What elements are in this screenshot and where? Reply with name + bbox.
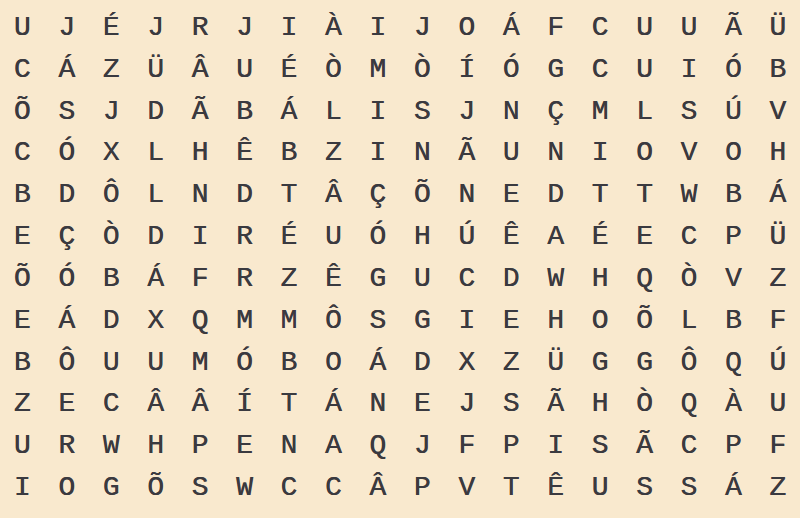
grid-cell[interactable]: U [133, 342, 177, 384]
grid-cell[interactable]: A [311, 425, 355, 467]
grid-cell[interactable]: C [267, 467, 311, 509]
grid-cell[interactable]: L [667, 300, 711, 342]
grid-cell[interactable]: Á [267, 91, 311, 133]
grid-cell[interactable]: Â [311, 174, 355, 216]
grid-cell[interactable]: I [356, 132, 400, 174]
grid-cell[interactable]: I [356, 7, 400, 49]
grid-cell[interactable]: Ú [711, 91, 755, 133]
grid-cell[interactable]: S [489, 383, 533, 425]
grid-cell[interactable]: C [311, 467, 355, 509]
grid-cell[interactable]: Ã [622, 425, 666, 467]
grid-cell[interactable]: Ò [400, 49, 444, 91]
grid-cell[interactable]: Ò [667, 258, 711, 300]
grid-cell[interactable]: H [133, 425, 177, 467]
grid-cell[interactable]: I [578, 132, 622, 174]
grid-cell[interactable]: Õ [133, 467, 177, 509]
grid-cell[interactable]: O [578, 300, 622, 342]
grid-cell[interactable]: C [578, 49, 622, 91]
grid-cell[interactable]: T [578, 174, 622, 216]
grid-cell[interactable]: Õ [0, 91, 44, 133]
grid-cell[interactable]: Ê [311, 258, 355, 300]
grid-cell[interactable]: H [178, 132, 222, 174]
grid-cell[interactable]: Ó [44, 258, 88, 300]
grid-cell[interactable]: E [489, 174, 533, 216]
grid-cell[interactable]: D [489, 258, 533, 300]
grid-cell[interactable]: U [0, 425, 44, 467]
grid-cell[interactable]: Ó [222, 342, 266, 384]
grid-cell[interactable]: Ô [667, 342, 711, 384]
grid-cell[interactable]: N [400, 132, 444, 174]
grid-cell[interactable]: V [444, 467, 488, 509]
grid-cell[interactable]: R [44, 425, 88, 467]
grid-cell[interactable]: E [0, 216, 44, 258]
grid-cell[interactable]: R [222, 216, 266, 258]
grid-cell[interactable]: O [44, 467, 88, 509]
grid-cell[interactable]: F [756, 425, 800, 467]
grid-cell[interactable]: O [311, 342, 355, 384]
grid-cell[interactable]: U [89, 342, 133, 384]
grid-cell[interactable]: O [444, 7, 488, 49]
grid-cell[interactable]: Õ [0, 258, 44, 300]
grid-cell[interactable]: C [667, 425, 711, 467]
grid-cell[interactable]: X [444, 342, 488, 384]
grid-cell[interactable]: I [0, 467, 44, 509]
grid-cell[interactable]: M [356, 49, 400, 91]
grid-cell[interactable]: À [311, 7, 355, 49]
grid-cell[interactable]: B [711, 174, 755, 216]
grid-cell[interactable]: U [667, 7, 711, 49]
grid-cell[interactable]: Á [756, 174, 800, 216]
grid-cell[interactable]: J [133, 7, 177, 49]
grid-cell[interactable]: Q [711, 342, 755, 384]
grid-cell[interactable]: M [178, 342, 222, 384]
grid-cell[interactable]: P [711, 425, 755, 467]
grid-cell[interactable]: J [44, 7, 88, 49]
grid-cell[interactable]: Á [489, 7, 533, 49]
grid-cell[interactable]: Õ [622, 300, 666, 342]
grid-cell[interactable]: Ê [489, 216, 533, 258]
grid-cell[interactable]: B [222, 91, 266, 133]
grid-cell[interactable]: Ó [711, 49, 755, 91]
grid-cell[interactable]: P [178, 425, 222, 467]
grid-cell[interactable]: C [667, 216, 711, 258]
grid-cell[interactable]: Á [356, 342, 400, 384]
grid-cell[interactable]: V [711, 258, 755, 300]
grid-cell[interactable]: J [444, 91, 488, 133]
grid-cell[interactable]: U [489, 132, 533, 174]
word-search-board: UJÉJRJIÀIJOÁFCUUÃÜCÁZÜÂUÉÒMÒÍÓGCUIÓBÕSJD… [0, 0, 800, 518]
grid-cell[interactable]: Ã [533, 383, 577, 425]
grid-cell[interactable]: M [267, 300, 311, 342]
grid-cell[interactable]: C [0, 49, 44, 91]
grid-cell[interactable]: Z [756, 258, 800, 300]
grid-cell[interactable]: E [489, 300, 533, 342]
grid-cell[interactable]: T [622, 174, 666, 216]
grid-cell[interactable]: L [133, 174, 177, 216]
grid-cell[interactable]: Ç [356, 174, 400, 216]
grid-cell[interactable]: Ü [756, 7, 800, 49]
grid-cell[interactable]: Ú [444, 216, 488, 258]
grid-cell[interactable]: D [44, 174, 88, 216]
grid-cell[interactable]: D [533, 174, 577, 216]
grid-cell[interactable]: Ç [44, 216, 88, 258]
grid-cell[interactable]: Â [133, 383, 177, 425]
grid-cell[interactable]: Ã [178, 91, 222, 133]
grid-cell[interactable]: Ó [356, 216, 400, 258]
grid-cell[interactable]: Q [178, 300, 222, 342]
grid-cell[interactable]: S [356, 300, 400, 342]
grid-cell[interactable]: E [622, 216, 666, 258]
grid-cell[interactable]: Ô [44, 342, 88, 384]
grid-cell[interactable]: U [622, 7, 666, 49]
grid-cell[interactable]: F [533, 7, 577, 49]
grid-cell[interactable]: L [133, 132, 177, 174]
grid-cell[interactable]: Ó [489, 49, 533, 91]
grid-cell[interactable]: Â [178, 383, 222, 425]
grid-cell[interactable]: Á [311, 383, 355, 425]
grid-cell[interactable]: U [578, 467, 622, 509]
grid-cell[interactable]: F [178, 258, 222, 300]
grid-cell[interactable]: Á [44, 49, 88, 91]
grid-cell[interactable]: G [578, 342, 622, 384]
grid-cell[interactable]: Ç [533, 91, 577, 133]
grid-cell[interactable]: E [222, 425, 266, 467]
grid-cell[interactable]: P [489, 425, 533, 467]
grid-cell[interactable]: B [756, 49, 800, 91]
grid-cell[interactable]: N [356, 383, 400, 425]
grid-cell[interactable]: S [667, 91, 711, 133]
grid-cell[interactable]: D [400, 342, 444, 384]
grid-cell[interactable]: P [711, 216, 755, 258]
grid-cell[interactable]: Q [356, 425, 400, 467]
grid-cell[interactable]: D [133, 91, 177, 133]
grid-cell[interactable]: M [578, 91, 622, 133]
grid-cell[interactable]: B [0, 174, 44, 216]
grid-cell[interactable]: G [533, 49, 577, 91]
grid-cell[interactable]: H [756, 132, 800, 174]
grid-cell[interactable]: Ã [711, 7, 755, 49]
grid-cell[interactable]: É [267, 49, 311, 91]
grid-cell[interactable]: Q [667, 383, 711, 425]
grid-cell[interactable]: I [444, 300, 488, 342]
grid-cell[interactable]: B [267, 342, 311, 384]
grid-cell[interactable]: Á [44, 300, 88, 342]
grid-cell[interactable]: X [89, 132, 133, 174]
grid-cell[interactable]: S [44, 91, 88, 133]
grid-cell[interactable]: S [178, 467, 222, 509]
grid-cell[interactable]: U [622, 49, 666, 91]
grid-cell[interactable]: D [89, 300, 133, 342]
grid-cell[interactable]: Í [444, 49, 488, 91]
grid-cell[interactable]: B [267, 132, 311, 174]
grid-cell[interactable]: H [400, 216, 444, 258]
grid-cell[interactable]: Ò [89, 216, 133, 258]
grid-cell[interactable]: E [400, 383, 444, 425]
grid-cell[interactable]: Ü [533, 342, 577, 384]
grid-cell[interactable]: Õ [400, 174, 444, 216]
grid-cell[interactable]: Z [756, 467, 800, 509]
grid-cell[interactable]: G [400, 300, 444, 342]
grid-cell[interactable]: Â [178, 49, 222, 91]
grid-cell[interactable]: S [667, 467, 711, 509]
grid-cell[interactable]: Z [311, 132, 355, 174]
grid-cell[interactable]: A [533, 216, 577, 258]
grid-cell[interactable]: F [444, 425, 488, 467]
grid-cell[interactable]: V [667, 132, 711, 174]
grid-cell[interactable]: I [533, 425, 577, 467]
grid-cell[interactable]: N [178, 174, 222, 216]
grid-cell[interactable]: J [89, 91, 133, 133]
grid-cell[interactable]: B [89, 258, 133, 300]
grid-cell[interactable]: É [267, 216, 311, 258]
grid-cell[interactable]: T [267, 383, 311, 425]
grid-cell[interactable]: Z [489, 342, 533, 384]
grid-cell[interactable]: Ô [89, 174, 133, 216]
grid-cell[interactable]: O [622, 132, 666, 174]
grid-cell[interactable]: Ó [44, 132, 88, 174]
grid-cell[interactable]: X [133, 300, 177, 342]
grid-cell[interactable]: E [0, 300, 44, 342]
grid-cell[interactable]: N [533, 132, 577, 174]
grid-cell[interactable]: Ò [622, 383, 666, 425]
grid-cell[interactable]: N [444, 174, 488, 216]
grid-cell[interactable]: U [0, 7, 44, 49]
grid-cell[interactable]: Q [622, 258, 666, 300]
grid-cell[interactable]: À [711, 383, 755, 425]
grid-cell[interactable]: G [356, 258, 400, 300]
grid-cell[interactable]: Ã [444, 132, 488, 174]
grid-cell[interactable]: T [489, 467, 533, 509]
grid-cell[interactable]: B [0, 342, 44, 384]
grid-cell[interactable]: C [578, 7, 622, 49]
grid-cell[interactable]: S [400, 91, 444, 133]
grid-cell[interactable]: J [222, 7, 266, 49]
grid-cell[interactable]: Z [0, 383, 44, 425]
grid-cell[interactable]: Z [89, 49, 133, 91]
grid-cell[interactable]: B [711, 300, 755, 342]
grid-cell[interactable]: I [267, 7, 311, 49]
grid-cell[interactable]: G [622, 342, 666, 384]
grid-cell[interactable]: D [222, 174, 266, 216]
grid-cell[interactable]: D [133, 216, 177, 258]
grid-cell[interactable]: H [578, 258, 622, 300]
grid-cell[interactable]: Ê [533, 467, 577, 509]
grid-cell[interactable]: J [444, 383, 488, 425]
grid-cell[interactable]: U [400, 258, 444, 300]
grid-cell[interactable]: C [444, 258, 488, 300]
grid-cell[interactable]: H [578, 383, 622, 425]
grid-cell[interactable]: É [89, 7, 133, 49]
grid-cell[interactable]: I [178, 216, 222, 258]
grid-cell[interactable]: L [622, 91, 666, 133]
grid-cell[interactable]: L [311, 91, 355, 133]
grid-cell[interactable]: F [756, 300, 800, 342]
grid-cell[interactable]: M [222, 300, 266, 342]
grid-cell[interactable]: O [711, 132, 755, 174]
grid-cell[interactable]: Ò [311, 49, 355, 91]
grid-cell[interactable]: J [400, 7, 444, 49]
grid-cell[interactable]: J [400, 425, 444, 467]
grid-cell[interactable]: É [578, 216, 622, 258]
grid-cell[interactable]: W [222, 467, 266, 509]
grid-cell[interactable]: C [89, 383, 133, 425]
grid-cell[interactable]: Ê [222, 132, 266, 174]
grid-cell[interactable]: R [178, 7, 222, 49]
grid-cell[interactable]: W [89, 425, 133, 467]
grid-cell[interactable]: Á [711, 467, 755, 509]
grid-cell[interactable]: I [667, 49, 711, 91]
grid-cell[interactable]: E [44, 383, 88, 425]
grid-cell[interactable]: U [756, 383, 800, 425]
grid-cell[interactable]: Á [133, 258, 177, 300]
grid-cell[interactable]: T [267, 174, 311, 216]
grid-cell[interactable]: C [0, 132, 44, 174]
grid-cell[interactable]: R [222, 258, 266, 300]
grid-cell[interactable]: Ü [133, 49, 177, 91]
grid-cell[interactable]: V [756, 91, 800, 133]
grid-cell[interactable]: U [222, 49, 266, 91]
grid-cell[interactable]: N [489, 91, 533, 133]
grid-cell[interactable]: U [311, 216, 355, 258]
grid-cell[interactable]: Ü [756, 216, 800, 258]
grid-cell[interactable]: P [400, 467, 444, 509]
grid-cell[interactable]: Z [267, 258, 311, 300]
grid-cell[interactable]: S [622, 467, 666, 509]
grid-cell[interactable]: Ô [311, 300, 355, 342]
grid-cell[interactable]: W [533, 258, 577, 300]
grid-cell[interactable]: Ú [756, 342, 800, 384]
grid-cell[interactable]: H [533, 300, 577, 342]
grid-cell[interactable]: S [578, 425, 622, 467]
grid-cell[interactable]: N [267, 425, 311, 467]
grid-cell[interactable]: I [356, 91, 400, 133]
grid-cell[interactable]: W [667, 174, 711, 216]
grid-cell[interactable]: Í [222, 383, 266, 425]
grid-cell[interactable]: Â [356, 467, 400, 509]
grid-cell[interactable]: G [89, 467, 133, 509]
